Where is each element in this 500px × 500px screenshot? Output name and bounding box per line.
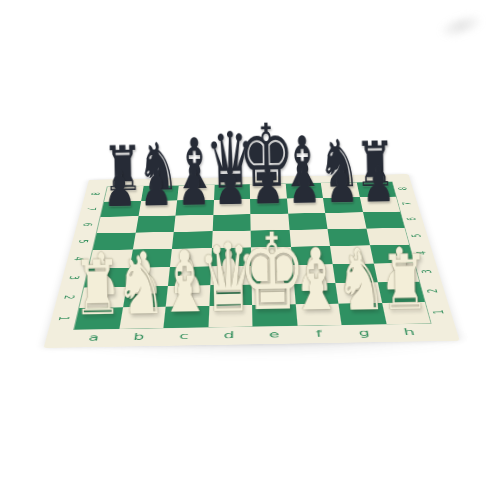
product-photo-stage: abcdefgh 87654321 87654321 ♜♞♝♛♚♝♞♜♟♟♟♟♟… xyxy=(0,0,500,500)
file-label-b: b xyxy=(115,328,163,346)
file-label-d: d xyxy=(206,326,252,344)
file-label-c: c xyxy=(160,327,206,345)
file-label-g: g xyxy=(340,324,388,342)
file-label-f: f xyxy=(296,325,343,343)
white-rook-h1[interactable]: ♜ xyxy=(335,147,472,316)
file-label-a: a xyxy=(69,329,118,347)
file-label-h: h xyxy=(385,323,434,341)
file-label-e: e xyxy=(251,326,297,344)
chess-mat: abcdefgh 87654321 87654321 ♜♞♝♛♚♝♞♜♟♟♟♟♟… xyxy=(44,174,460,348)
camera-tilt-wrapper: abcdefgh 87654321 87654321 ♜♞♝♛♚♝♞♜♟♟♟♟♟… xyxy=(0,0,500,500)
white-rook-glyph: ♜ xyxy=(380,245,430,322)
